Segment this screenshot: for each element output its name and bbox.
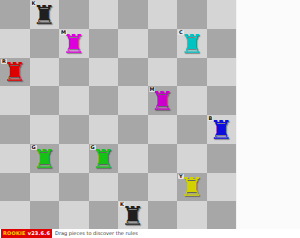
square-e3[interactable] <box>118 144 148 173</box>
square-c8[interactable] <box>59 0 89 29</box>
piece-color-label: G <box>31 145 37 150</box>
square-a8[interactable] <box>0 0 30 29</box>
piece-color-label: M <box>60 30 67 35</box>
square-b4[interactable] <box>30 115 60 144</box>
hint-text: Drag pieces to discover the rules <box>55 231 138 236</box>
square-b1[interactable] <box>30 201 60 230</box>
square-g8[interactable] <box>177 0 207 29</box>
square-b2[interactable] <box>30 173 60 202</box>
piece-color-label: K <box>119 202 125 207</box>
square-b8[interactable]: ♜K <box>30 0 60 29</box>
square-f2[interactable] <box>148 173 178 202</box>
square-c4[interactable] <box>59 115 89 144</box>
square-g3[interactable] <box>177 144 207 173</box>
square-f7[interactable] <box>148 29 178 58</box>
square-a3[interactable] <box>0 144 30 173</box>
piece-color-label: Y <box>178 174 184 179</box>
square-a5[interactable] <box>0 86 30 115</box>
square-f6[interactable] <box>148 58 178 87</box>
square-g7[interactable]: ♜C <box>177 29 207 58</box>
piece-color-label: B <box>208 116 214 121</box>
piece-color-label: G <box>90 145 96 150</box>
square-a6[interactable]: ♜R <box>0 58 30 87</box>
square-b7[interactable] <box>30 29 60 58</box>
square-f5[interactable]: ♜M <box>148 86 178 115</box>
square-d1[interactable] <box>89 201 119 230</box>
square-e1[interactable]: ♜K <box>118 201 148 230</box>
square-f1[interactable] <box>148 201 178 230</box>
square-f3[interactable] <box>148 144 178 173</box>
square-b5[interactable] <box>30 86 60 115</box>
square-h1[interactable] <box>207 201 237 230</box>
square-a1[interactable] <box>0 201 30 230</box>
square-d4[interactable] <box>89 115 119 144</box>
square-c2[interactable] <box>59 173 89 202</box>
square-e4[interactable] <box>118 115 148 144</box>
square-e6[interactable] <box>118 58 148 87</box>
square-h2[interactable] <box>207 173 237 202</box>
square-h7[interactable] <box>207 29 237 58</box>
square-f4[interactable] <box>148 115 178 144</box>
badge-version: v23.6.6 <box>28 231 50 236</box>
square-a4[interactable] <box>0 115 30 144</box>
square-d8[interactable] <box>89 0 119 29</box>
square-d2[interactable] <box>89 173 119 202</box>
square-g2[interactable]: ♜Y <box>177 173 207 202</box>
square-h5[interactable] <box>207 86 237 115</box>
piece-color-label: M <box>149 87 156 92</box>
piece-color-label: R <box>1 59 7 64</box>
square-b3[interactable]: ♜G <box>30 144 60 173</box>
square-b6[interactable] <box>30 58 60 87</box>
square-h4[interactable]: ♜B <box>207 115 237 144</box>
square-c3[interactable] <box>59 144 89 173</box>
square-d7[interactable] <box>89 29 119 58</box>
square-c7[interactable]: ♜M <box>59 29 89 58</box>
piece-color-label: C <box>178 30 184 35</box>
square-g1[interactable] <box>177 201 207 230</box>
game-window: ♜K♜M♜C♜R♜M♜B♜G♜G♜Y♜K ROOKIE v23.6.6 Drag… <box>0 0 300 238</box>
square-e8[interactable] <box>118 0 148 29</box>
square-c6[interactable] <box>59 58 89 87</box>
square-h6[interactable] <box>207 58 237 87</box>
square-g5[interactable] <box>177 86 207 115</box>
square-g4[interactable] <box>177 115 207 144</box>
piece-color-label: K <box>31 1 37 6</box>
chess-board: ♜K♜M♜C♜R♜M♜B♜G♜G♜Y♜K <box>0 0 237 230</box>
square-a7[interactable] <box>0 29 30 58</box>
square-h8[interactable] <box>207 0 237 29</box>
square-d5[interactable] <box>89 86 119 115</box>
square-e7[interactable] <box>118 29 148 58</box>
square-e5[interactable] <box>118 86 148 115</box>
square-e2[interactable] <box>118 173 148 202</box>
badge-brand: ROOKIE <box>3 231 26 236</box>
version-badge: ROOKIE v23.6.6 <box>1 229 52 238</box>
status-bar: ROOKIE v23.6.6 Drag pieces to discover t… <box>0 229 300 238</box>
square-c1[interactable] <box>59 201 89 230</box>
square-g6[interactable] <box>177 58 207 87</box>
square-d6[interactable] <box>89 58 119 87</box>
square-c5[interactable] <box>59 86 89 115</box>
square-h3[interactable] <box>207 144 237 173</box>
square-a2[interactable] <box>0 173 30 202</box>
square-f8[interactable] <box>148 0 178 29</box>
square-d3[interactable]: ♜G <box>89 144 119 173</box>
